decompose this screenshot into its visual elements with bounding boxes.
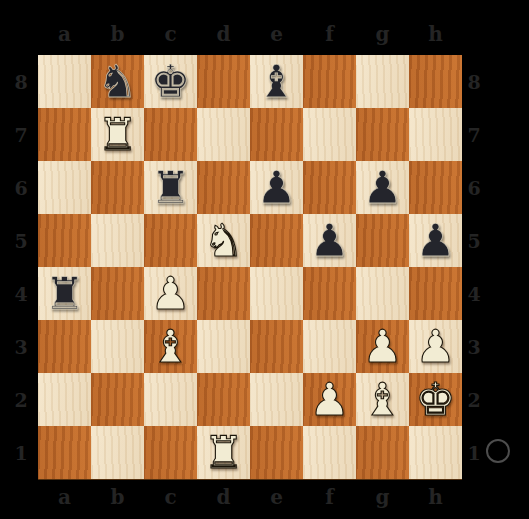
black-knight-b8[interactable]: ♞: [97, 55, 137, 108]
square-c7[interactable]: [144, 108, 197, 161]
square-e8[interactable]: ♝: [250, 55, 303, 108]
square-e3[interactable]: [250, 320, 303, 373]
square-f5[interactable]: ♟: [303, 214, 356, 267]
rank-label-3-left: 3: [9, 320, 33, 373]
white-rook-b7[interactable]: ♜: [97, 108, 137, 161]
square-d4[interactable]: [197, 267, 250, 320]
square-f2[interactable]: ♟: [303, 373, 356, 426]
square-d6[interactable]: [197, 161, 250, 214]
file-label-c-bottom: c: [144, 483, 197, 511]
square-c2[interactable]: [144, 373, 197, 426]
rank-labels-left: 87654321: [9, 55, 33, 479]
black-bishop-e8[interactable]: ♝: [256, 55, 296, 108]
square-f1[interactable]: [303, 426, 356, 479]
square-e6[interactable]: ♟: [250, 161, 303, 214]
square-b7[interactable]: ♜: [91, 108, 144, 161]
square-f8[interactable]: [303, 55, 356, 108]
square-g1[interactable]: [356, 426, 409, 479]
file-label-a-bottom: a: [38, 483, 91, 511]
white-pawn-f2[interactable]: ♟: [309, 373, 349, 426]
white-knight-d5[interactable]: ♞: [203, 214, 243, 267]
square-c6[interactable]: ♜: [144, 161, 197, 214]
file-label-g-bottom: g: [356, 483, 409, 511]
file-label-c-top: c: [144, 20, 197, 48]
black-pawn-e6[interactable]: ♟: [256, 161, 296, 214]
square-e2[interactable]: [250, 373, 303, 426]
square-g8[interactable]: [356, 55, 409, 108]
rank-label-3-right: 3: [462, 320, 486, 373]
square-e5[interactable]: [250, 214, 303, 267]
file-labels-bottom: abcdefgh: [38, 483, 462, 511]
white-bishop-c3[interactable]: ♝: [150, 320, 190, 373]
square-e1[interactable]: [250, 426, 303, 479]
rank-label-2-right: 2: [462, 373, 486, 426]
square-a3[interactable]: [38, 320, 91, 373]
square-d1[interactable]: ♜: [197, 426, 250, 479]
square-c3[interactable]: ♝: [144, 320, 197, 373]
file-label-h-top: h: [409, 20, 462, 48]
file-label-a-top: a: [38, 20, 91, 48]
white-pawn-c4[interactable]: ♟: [150, 267, 190, 320]
square-h3[interactable]: ♟: [409, 320, 462, 373]
square-a7[interactable]: [38, 108, 91, 161]
square-f6[interactable]: [303, 161, 356, 214]
rank-label-8-left: 8: [9, 55, 33, 108]
square-d7[interactable]: [197, 108, 250, 161]
square-b5[interactable]: [91, 214, 144, 267]
file-label-e-bottom: e: [250, 483, 303, 511]
rank-label-6-right: 6: [462, 161, 486, 214]
rank-label-6-left: 6: [9, 161, 33, 214]
square-h4[interactable]: [409, 267, 462, 320]
file-labels-top: abcdefgh: [38, 20, 462, 48]
square-d8[interactable]: [197, 55, 250, 108]
square-d3[interactable]: [197, 320, 250, 373]
square-c1[interactable]: [144, 426, 197, 479]
rank-label-1-left: 1: [9, 426, 33, 479]
rank-label-5-right: 5: [462, 214, 486, 267]
white-pawn-h3[interactable]: ♟: [415, 320, 455, 373]
rank-label-4-right: 4: [462, 267, 486, 320]
square-b8[interactable]: ♞: [91, 55, 144, 108]
square-g2[interactable]: ♝: [356, 373, 409, 426]
white-king-h2[interactable]: ♚: [415, 373, 455, 426]
rank-label-8-right: 8: [462, 55, 486, 108]
rank-label-2-left: 2: [9, 373, 33, 426]
file-label-b-top: b: [91, 20, 144, 48]
file-label-d-bottom: d: [197, 483, 250, 511]
square-e4[interactable]: [250, 267, 303, 320]
black-pawn-f5[interactable]: ♟: [309, 214, 349, 267]
square-c4[interactable]: ♟: [144, 267, 197, 320]
square-c5[interactable]: [144, 214, 197, 267]
black-king-c8[interactable]: ♚: [150, 55, 190, 108]
rank-label-4-left: 4: [9, 267, 33, 320]
white-to-move-indicator-circle: [486, 439, 510, 463]
file-label-g-top: g: [356, 20, 409, 48]
square-b3[interactable]: [91, 320, 144, 373]
square-h2[interactable]: ♚: [409, 373, 462, 426]
square-b1[interactable]: [91, 426, 144, 479]
black-pawn-g6[interactable]: ♟: [362, 161, 402, 214]
square-g3[interactable]: ♟: [356, 320, 409, 373]
square-b6[interactable]: [91, 161, 144, 214]
square-h8[interactable]: [409, 55, 462, 108]
square-d2[interactable]: [197, 373, 250, 426]
square-h7[interactable]: [409, 108, 462, 161]
file-label-e-top: e: [250, 20, 303, 48]
square-f4[interactable]: [303, 267, 356, 320]
square-b2[interactable]: [91, 373, 144, 426]
rank-label-7-left: 7: [9, 108, 33, 161]
square-d5[interactable]: ♞: [197, 214, 250, 267]
square-a2[interactable]: [38, 373, 91, 426]
square-g7[interactable]: [356, 108, 409, 161]
black-rook-c6[interactable]: ♜: [150, 161, 190, 214]
square-h6[interactable]: [409, 161, 462, 214]
square-a8[interactable]: [38, 55, 91, 108]
file-label-f-bottom: f: [303, 483, 356, 511]
chess-diagram: abcdefgh 87654321 ♞♚♝♜♜♟♟♞♟♟♜♟♝♟♟♟♝♚♜ 87…: [0, 0, 529, 519]
square-a6[interactable]: [38, 161, 91, 214]
white-pawn-g3[interactable]: ♟: [362, 320, 402, 373]
square-h1[interactable]: [409, 426, 462, 479]
white-bishop-g2[interactable]: ♝: [362, 373, 402, 426]
square-a5[interactable]: [38, 214, 91, 267]
rank-label-5-left: 5: [9, 214, 33, 267]
black-rook-a4[interactable]: ♜: [44, 267, 84, 320]
square-f7[interactable]: [303, 108, 356, 161]
file-label-b-bottom: b: [91, 483, 144, 511]
square-c8[interactable]: ♚: [144, 55, 197, 108]
square-b4[interactable]: [91, 267, 144, 320]
rank-label-1-right: 1: [462, 426, 486, 479]
file-label-h-bottom: h: [409, 483, 462, 511]
rank-labels-right: 87654321: [462, 55, 486, 479]
square-a4[interactable]: ♜: [38, 267, 91, 320]
square-g5[interactable]: [356, 214, 409, 267]
rank-label-7-right: 7: [462, 108, 486, 161]
square-h5[interactable]: ♟: [409, 214, 462, 267]
square-g6[interactable]: ♟: [356, 161, 409, 214]
square-a1[interactable]: [38, 426, 91, 479]
white-rook-d1[interactable]: ♜: [203, 426, 243, 479]
chessboard[interactable]: ♞♚♝♜♜♟♟♞♟♟♜♟♝♟♟♟♝♚♜: [38, 55, 462, 480]
file-label-d-top: d: [197, 20, 250, 48]
file-label-f-top: f: [303, 20, 356, 48]
black-pawn-h5[interactable]: ♟: [415, 214, 455, 267]
square-f3[interactable]: [303, 320, 356, 373]
square-g4[interactable]: [356, 267, 409, 320]
square-e7[interactable]: [250, 108, 303, 161]
